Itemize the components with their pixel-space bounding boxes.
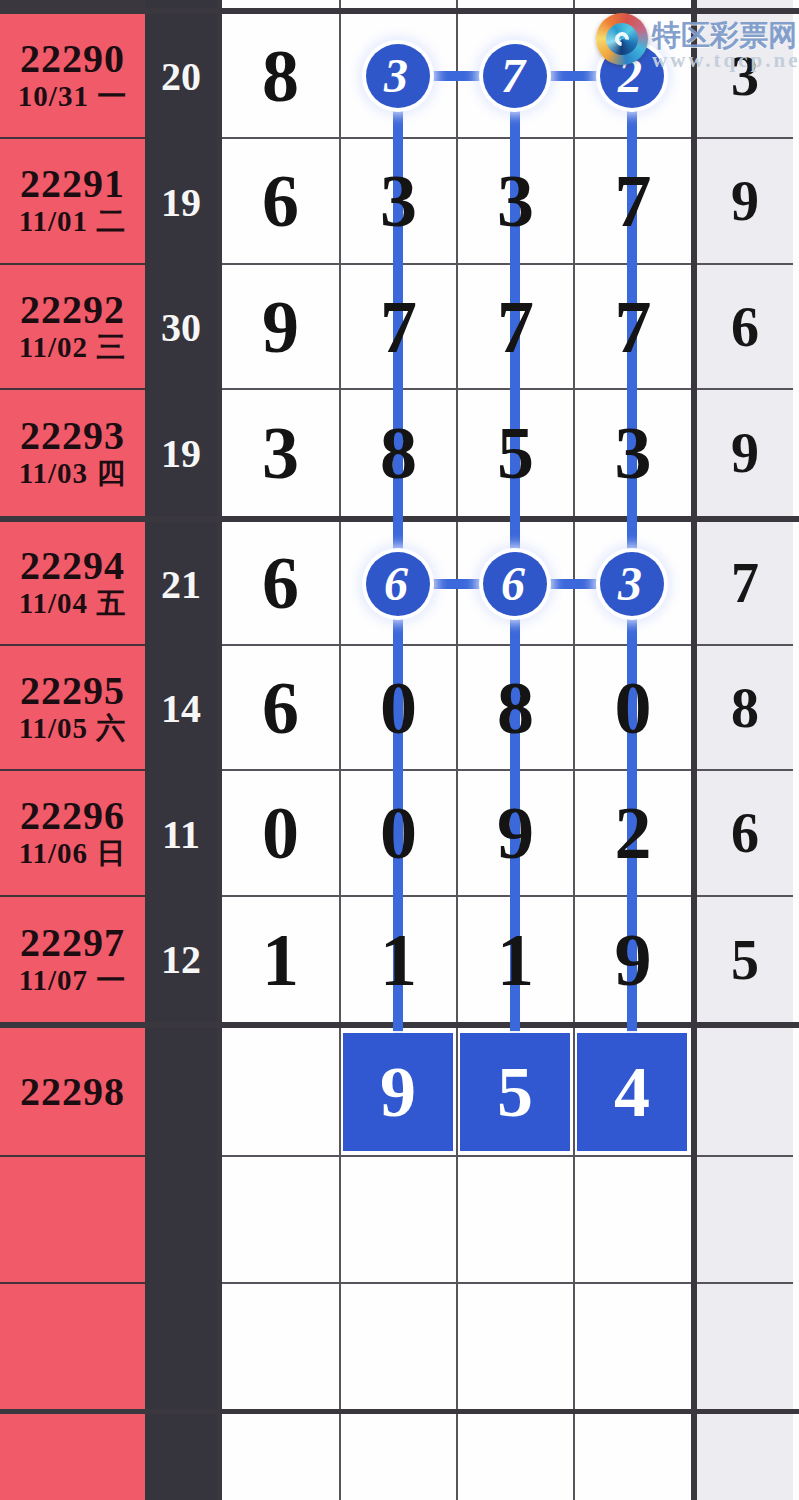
trend-digit: 9 [497, 796, 534, 870]
right-digit: 9 [731, 173, 759, 229]
right-digit-cell: 9 [697, 390, 793, 516]
right-digit-cell: 5 [697, 897, 793, 1022]
trend-digit: 5 [497, 416, 534, 490]
issue-date: 11/05 六 [19, 712, 127, 745]
trend-digit-cell: 8 [458, 646, 575, 771]
value-number: 12 [161, 936, 201, 983]
trend-digit: 0 [380, 796, 417, 870]
edge-cell [793, 139, 799, 265]
empty-main-cell [575, 1028, 691, 1157]
trend-digit-cell: 3 [575, 390, 691, 516]
left-digit-cell: 3 [222, 390, 341, 516]
right-digit-cell: 3 [697, 14, 793, 139]
trend-grid: 2229010/31 一20832229111/01 二196337922292… [0, 0, 799, 1500]
trend-digit: 8 [380, 416, 417, 490]
trend-digit-cell: 3 [341, 139, 458, 265]
left-digit-cell: 0 [222, 771, 341, 897]
empty-main-cell [222, 1284, 341, 1409]
value-cell: 11 [145, 771, 217, 897]
value-cell: 19 [145, 139, 217, 265]
trend-digit-cell: 0 [341, 646, 458, 771]
edge-cell [793, 1284, 799, 1409]
issue-number: 22296 [20, 795, 125, 837]
issue-cell: 2229211/02 三 [0, 265, 145, 390]
trend-digit: 0 [615, 671, 652, 745]
issue-cell: 2229411/04 五 [0, 522, 145, 646]
edge-cell [793, 897, 799, 1022]
empty-main-cell [222, 1157, 341, 1284]
trend-digit-cell: 7 [575, 265, 691, 390]
issue-date: 11/04 五 [19, 587, 127, 620]
value-cell-empty [145, 1284, 217, 1409]
value-cell: 20 [145, 14, 217, 139]
empty-main-cell [575, 1414, 691, 1500]
trend-digit: 1 [380, 923, 417, 997]
empty-main-cell [458, 1028, 575, 1157]
empty-right-cell [697, 1414, 793, 1500]
sliver-edge [793, 0, 799, 8]
empty-main-cell [341, 1028, 458, 1157]
value-cell: 14 [145, 646, 217, 771]
empty-main-cell [341, 1414, 458, 1500]
issue-number: 22293 [20, 415, 125, 457]
empty-main-cell [341, 1157, 458, 1284]
left-digit: 6 [262, 671, 299, 745]
trend-digit-cell [341, 522, 458, 646]
right-digit: 6 [731, 805, 759, 861]
right-digit: 6 [731, 299, 759, 355]
trend-digit-cell: 9 [575, 897, 691, 1022]
value-number: 19 [161, 430, 201, 477]
value-number: 21 [161, 561, 201, 608]
empty-main-cell [458, 1284, 575, 1409]
right-digit-cell: 9 [697, 139, 793, 265]
value-cell-empty [145, 1028, 217, 1157]
left-digit-cell: 6 [222, 646, 341, 771]
edge-cell [793, 522, 799, 646]
trend-digit-cell [458, 522, 575, 646]
left-digit: 1 [262, 923, 299, 997]
sliver-main [341, 0, 458, 8]
trend-digit-cell: 5 [458, 390, 575, 516]
right-digit: 5 [731, 932, 759, 988]
empty-main-cell [341, 1284, 458, 1409]
empty-issue-cell [0, 1157, 145, 1284]
edge-cell [793, 1157, 799, 1284]
trend-digit: 2 [615, 796, 652, 870]
sliver-main [458, 0, 575, 8]
empty-main-cell [458, 1414, 575, 1500]
edge-cell [793, 771, 799, 897]
edge-cell [793, 646, 799, 771]
trend-digit-cell: 1 [458, 897, 575, 1022]
sliver-main [222, 0, 341, 8]
trend-digit: 7 [497, 290, 534, 364]
trend-digit: 1 [497, 923, 534, 997]
trend-digit: 9 [615, 923, 652, 997]
lottery-trend-chart: 2229010/31 一20832229111/01 二196337922292… [0, 0, 799, 1500]
left-digit: 3 [262, 416, 299, 490]
trend-digit-cell: 8 [341, 390, 458, 516]
issue-cell: 2229311/03 四 [0, 390, 145, 516]
trend-digit-cell [575, 522, 691, 646]
trend-digit-cell: 0 [341, 771, 458, 897]
trend-digit-cell: 2 [575, 771, 691, 897]
edge-cell [793, 1414, 799, 1500]
sliver-red [0, 0, 145, 8]
right-digit: 3 [731, 48, 759, 104]
value-cell: 19 [145, 390, 217, 516]
value-cell-empty [145, 1414, 217, 1500]
right-digit: 9 [731, 425, 759, 481]
trend-digit-cell: 7 [458, 265, 575, 390]
sliver-dark [145, 0, 217, 8]
left-digit-cell: 6 [222, 522, 341, 646]
trend-digit-cell [575, 14, 691, 139]
issue-date: 11/02 三 [19, 331, 127, 364]
trend-digit-cell: 7 [341, 265, 458, 390]
empty-right-cell [697, 1028, 793, 1157]
left-digit: 6 [262, 164, 299, 238]
issue-number: 22297 [20, 922, 125, 964]
issue-number: 22292 [20, 289, 125, 331]
empty-right-cell [697, 1284, 793, 1409]
trend-digit-cell: 0 [575, 646, 691, 771]
trend-digit: 7 [615, 290, 652, 364]
sliver-main [575, 0, 691, 8]
value-cell-empty [145, 1157, 217, 1284]
empty-main-cell [222, 1028, 341, 1157]
trend-digit: 0 [380, 671, 417, 745]
trend-digit: 8 [497, 671, 534, 745]
value-number: 20 [161, 53, 201, 100]
trend-digit-cell: 9 [458, 771, 575, 897]
issue-date: 11/03 四 [19, 457, 127, 490]
right-digit: 8 [731, 680, 759, 736]
issue-number: 22294 [20, 545, 125, 587]
right-digit-cell: 7 [697, 522, 793, 646]
trend-digit: 3 [380, 164, 417, 238]
empty-main-cell [575, 1284, 691, 1409]
right-digit-cell: 8 [697, 646, 793, 771]
issue-number: 22295 [20, 670, 125, 712]
empty-main-cell [458, 1157, 575, 1284]
value-number: 11 [162, 811, 200, 858]
empty-right-cell [697, 1157, 793, 1284]
right-digit-cell: 6 [697, 771, 793, 897]
value-cell: 12 [145, 897, 217, 1022]
trend-digit: 3 [615, 416, 652, 490]
issue-date: 10/31 一 [18, 80, 127, 113]
left-digit-cell: 8 [222, 14, 341, 139]
sliver-right [697, 0, 793, 8]
issue-date: 11/01 二 [19, 205, 127, 238]
value-cell: 30 [145, 265, 217, 390]
empty-main-cell [575, 1157, 691, 1284]
issue-cell: 2229010/31 一 [0, 14, 145, 139]
left-digit: 9 [262, 290, 299, 364]
issue-number: 22290 [20, 38, 125, 80]
right-digit-cell: 6 [697, 265, 793, 390]
value-cell: 21 [145, 522, 217, 646]
issue-cell: 2229711/07 一 [0, 897, 145, 1022]
left-digit: 6 [262, 546, 299, 620]
issue-number: 22298 [20, 1071, 125, 1113]
empty-issue-cell [0, 1284, 145, 1409]
empty-main-cell [222, 1414, 341, 1500]
value-number: 19 [161, 179, 201, 226]
issue-number: 22291 [20, 163, 125, 205]
issue-date: 11/06 日 [19, 837, 127, 870]
prediction-issue-cell: 22298 [0, 1028, 145, 1157]
left-digit: 8 [262, 39, 299, 113]
trend-digit-cell: 7 [575, 139, 691, 265]
left-digit-cell: 9 [222, 265, 341, 390]
edge-cell [793, 14, 799, 139]
trend-digit: 7 [615, 164, 652, 238]
issue-cell: 2229511/05 六 [0, 646, 145, 771]
left-digit-cell: 6 [222, 139, 341, 265]
left-digit: 0 [262, 796, 299, 870]
trend-digit: 3 [497, 164, 534, 238]
empty-issue-cell [0, 1414, 145, 1500]
left-digit-cell: 1 [222, 897, 341, 1022]
value-number: 14 [161, 685, 201, 732]
edge-cell [793, 265, 799, 390]
right-digit: 7 [731, 555, 759, 611]
issue-cell: 2229111/01 二 [0, 139, 145, 265]
trend-digit-cell: 3 [458, 139, 575, 265]
trend-digit: 7 [380, 290, 417, 364]
issue-cell: 2229611/06 日 [0, 771, 145, 897]
edge-cell [793, 1028, 799, 1157]
trend-digit-cell: 1 [341, 897, 458, 1022]
trend-digit-cell [458, 14, 575, 139]
issue-date: 11/07 一 [19, 964, 127, 997]
value-number: 30 [161, 304, 201, 351]
edge-cell [793, 390, 799, 516]
trend-digit-cell [341, 14, 458, 139]
